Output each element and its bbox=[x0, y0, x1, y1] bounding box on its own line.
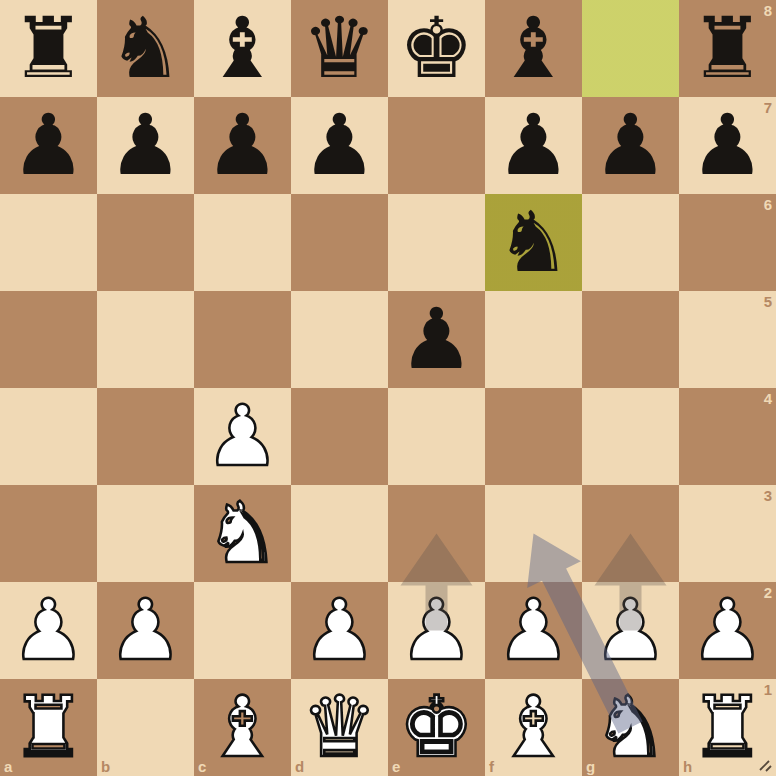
piece-black-rook[interactable]: ♜ bbox=[0, 0, 97, 97]
square-d1[interactable]: d♛ bbox=[291, 679, 388, 776]
coord-file-b: b bbox=[101, 758, 110, 775]
piece-black-knight[interactable]: ♞ bbox=[97, 0, 194, 97]
square-a3[interactable] bbox=[0, 485, 97, 582]
piece-white-pawn[interactable]: ♟ bbox=[679, 582, 776, 679]
piece-white-pawn[interactable]: ♟ bbox=[485, 582, 582, 679]
piece-white-knight[interactable]: ♞ bbox=[194, 485, 291, 582]
square-b3[interactable] bbox=[97, 485, 194, 582]
board-resize-handle[interactable] bbox=[758, 758, 774, 774]
piece-black-bishop[interactable]: ♝ bbox=[194, 0, 291, 97]
square-h2[interactable]: 2♟ bbox=[679, 582, 776, 679]
piece-black-knight[interactable]: ♞ bbox=[485, 194, 582, 291]
square-e8[interactable]: ♚ bbox=[388, 0, 485, 97]
square-h8[interactable]: 8♜ bbox=[679, 0, 776, 97]
square-a8[interactable]: ♜ bbox=[0, 0, 97, 97]
piece-black-rook[interactable]: ♜ bbox=[679, 0, 776, 97]
square-b8[interactable]: ♞ bbox=[97, 0, 194, 97]
square-c5[interactable] bbox=[194, 291, 291, 388]
coord-rank-3: 3 bbox=[764, 487, 772, 504]
square-d2[interactable]: ♟ bbox=[291, 582, 388, 679]
piece-black-pawn[interactable]: ♟ bbox=[97, 97, 194, 194]
piece-white-bishop[interactable]: ♝ bbox=[194, 679, 291, 776]
square-h7[interactable]: 7♟ bbox=[679, 97, 776, 194]
piece-black-queen[interactable]: ♛ bbox=[291, 0, 388, 97]
piece-white-pawn[interactable]: ♟ bbox=[194, 388, 291, 485]
square-g6[interactable] bbox=[582, 194, 679, 291]
piece-white-pawn[interactable]: ♟ bbox=[291, 582, 388, 679]
square-b5[interactable] bbox=[97, 291, 194, 388]
square-b2[interactable]: ♟ bbox=[97, 582, 194, 679]
square-b7[interactable]: ♟ bbox=[97, 97, 194, 194]
square-b4[interactable] bbox=[97, 388, 194, 485]
piece-white-pawn[interactable]: ♟ bbox=[0, 582, 97, 679]
square-c8[interactable]: ♝ bbox=[194, 0, 291, 97]
piece-white-king[interactable]: ♚ bbox=[388, 679, 485, 776]
square-c3[interactable]: ♞ bbox=[194, 485, 291, 582]
square-g3[interactable] bbox=[582, 485, 679, 582]
square-f3[interactable] bbox=[485, 485, 582, 582]
square-h4[interactable]: 4 bbox=[679, 388, 776, 485]
square-g7[interactable]: ♟ bbox=[582, 97, 679, 194]
piece-white-pawn[interactable]: ♟ bbox=[97, 582, 194, 679]
square-g8[interactable] bbox=[582, 0, 679, 97]
square-c2[interactable] bbox=[194, 582, 291, 679]
piece-black-pawn[interactable]: ♟ bbox=[194, 97, 291, 194]
square-d3[interactable] bbox=[291, 485, 388, 582]
resize-handle-stroke-2 bbox=[766, 766, 771, 771]
square-c7[interactable]: ♟ bbox=[194, 97, 291, 194]
square-h5[interactable]: 5 bbox=[679, 291, 776, 388]
square-d7[interactable]: ♟ bbox=[291, 97, 388, 194]
square-f6[interactable]: ♞ bbox=[485, 194, 582, 291]
chess-board: ♜♞♝♛♚♝8♜♟♟♟♟♟♟7♟♞6♟5♟4♞3♟♟♟♟♟♟2♟a♜bc♝d♛e… bbox=[0, 0, 776, 776]
coord-rank-5: 5 bbox=[764, 293, 772, 310]
square-a1[interactable]: a♜ bbox=[0, 679, 97, 776]
square-f8[interactable]: ♝ bbox=[485, 0, 582, 97]
piece-black-king[interactable]: ♚ bbox=[388, 0, 485, 97]
square-g5[interactable] bbox=[582, 291, 679, 388]
square-d4[interactable] bbox=[291, 388, 388, 485]
square-h6[interactable]: 6 bbox=[679, 194, 776, 291]
square-e3[interactable] bbox=[388, 485, 485, 582]
square-f2[interactable]: ♟ bbox=[485, 582, 582, 679]
square-d8[interactable]: ♛ bbox=[291, 0, 388, 97]
piece-white-knight[interactable]: ♞ bbox=[582, 679, 679, 776]
chess-board-container: ♜♞♝♛♚♝8♜♟♟♟♟♟♟7♟♞6♟5♟4♞3♟♟♟♟♟♟2♟a♜bc♝d♛e… bbox=[0, 0, 776, 776]
square-a4[interactable] bbox=[0, 388, 97, 485]
square-g2[interactable]: ♟ bbox=[582, 582, 679, 679]
piece-white-bishop[interactable]: ♝ bbox=[485, 679, 582, 776]
square-c6[interactable] bbox=[194, 194, 291, 291]
square-d5[interactable] bbox=[291, 291, 388, 388]
piece-white-pawn[interactable]: ♟ bbox=[582, 582, 679, 679]
square-b6[interactable] bbox=[97, 194, 194, 291]
square-a7[interactable]: ♟ bbox=[0, 97, 97, 194]
piece-white-pawn[interactable]: ♟ bbox=[388, 582, 485, 679]
square-f5[interactable] bbox=[485, 291, 582, 388]
square-c1[interactable]: c♝ bbox=[194, 679, 291, 776]
piece-black-pawn[interactable]: ♟ bbox=[485, 97, 582, 194]
square-e7[interactable] bbox=[388, 97, 485, 194]
square-a5[interactable] bbox=[0, 291, 97, 388]
square-e1[interactable]: e♚ bbox=[388, 679, 485, 776]
square-g4[interactable] bbox=[582, 388, 679, 485]
square-c4[interactable]: ♟ bbox=[194, 388, 291, 485]
square-a6[interactable] bbox=[0, 194, 97, 291]
square-f4[interactable] bbox=[485, 388, 582, 485]
square-h3[interactable]: 3 bbox=[679, 485, 776, 582]
square-f7[interactable]: ♟ bbox=[485, 97, 582, 194]
square-a2[interactable]: ♟ bbox=[0, 582, 97, 679]
square-e2[interactable]: ♟ bbox=[388, 582, 485, 679]
coord-rank-6: 6 bbox=[764, 196, 772, 213]
coord-rank-4: 4 bbox=[764, 390, 772, 407]
square-e4[interactable] bbox=[388, 388, 485, 485]
square-d6[interactable] bbox=[291, 194, 388, 291]
piece-black-pawn[interactable]: ♟ bbox=[679, 97, 776, 194]
piece-black-pawn[interactable]: ♟ bbox=[388, 291, 485, 388]
piece-black-pawn[interactable]: ♟ bbox=[582, 97, 679, 194]
piece-white-queen[interactable]: ♛ bbox=[291, 679, 388, 776]
square-e6[interactable] bbox=[388, 194, 485, 291]
square-b1[interactable]: b bbox=[97, 679, 194, 776]
piece-black-pawn[interactable]: ♟ bbox=[291, 97, 388, 194]
piece-black-pawn[interactable]: ♟ bbox=[0, 97, 97, 194]
square-g1[interactable]: g♞ bbox=[582, 679, 679, 776]
square-f1[interactable]: f♝ bbox=[485, 679, 582, 776]
piece-white-rook[interactable]: ♜ bbox=[0, 679, 97, 776]
square-e5[interactable]: ♟ bbox=[388, 291, 485, 388]
piece-black-bishop[interactable]: ♝ bbox=[485, 0, 582, 97]
